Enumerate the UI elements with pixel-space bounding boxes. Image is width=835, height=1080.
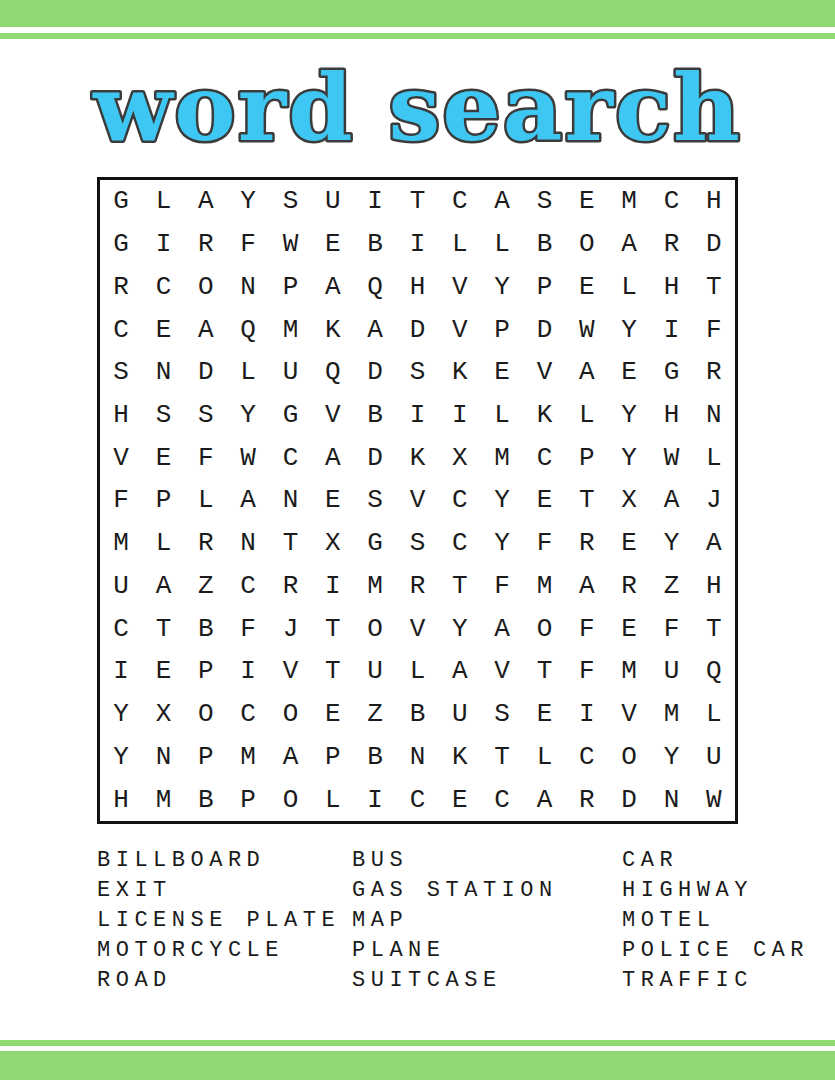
- grid-cell-r15c11[interactable]: A: [523, 778, 565, 821]
- grid-cell-r7c1[interactable]: V: [100, 436, 142, 479]
- grid-cell-r9c14[interactable]: Y: [650, 522, 692, 565]
- grid-cell-r11c6[interactable]: T: [312, 607, 354, 650]
- word-item-plane: PLANE: [352, 936, 558, 966]
- grid-cell-r5c11[interactable]: V: [523, 351, 565, 394]
- grid-cell-r6c13[interactable]: Y: [608, 394, 650, 437]
- grid-cell-r14c8[interactable]: N: [396, 736, 438, 779]
- grid-cell-r10c9[interactable]: T: [439, 565, 481, 608]
- grid-cell-r13c3[interactable]: O: [185, 693, 227, 736]
- grid-cell-r12c10[interactable]: V: [481, 650, 523, 693]
- grid-cell-r12c15[interactable]: Q: [693, 650, 735, 693]
- grid-cell-r6c5[interactable]: G: [269, 394, 311, 437]
- grid-cell-r12c8[interactable]: L: [396, 650, 438, 693]
- grid-cell-r11c1[interactable]: C: [100, 607, 142, 650]
- grid-cell-r12c4[interactable]: I: [227, 650, 269, 693]
- grid-cell-r1c3[interactable]: A: [185, 180, 227, 223]
- grid-cell-r11c13[interactable]: E: [608, 607, 650, 650]
- grid-cell-r2c11[interactable]: B: [523, 223, 565, 266]
- grid-cell-r3c12[interactable]: E: [566, 265, 608, 308]
- grid-cell-r2c5[interactable]: W: [269, 223, 311, 266]
- grid-cell-r9c6[interactable]: X: [312, 522, 354, 565]
- grid-cell-r14c10[interactable]: T: [481, 736, 523, 779]
- grid-cell-r10c7[interactable]: M: [354, 565, 396, 608]
- grid-cell-r13c12[interactable]: I: [566, 693, 608, 736]
- grid-cell-r14c11[interactable]: L: [523, 736, 565, 779]
- grid-cell-r8c11[interactable]: E: [523, 479, 565, 522]
- grid-cell-r9c9[interactable]: C: [439, 522, 481, 565]
- grid-cell-r4c11[interactable]: D: [523, 308, 565, 351]
- grid-cell-r3c14[interactable]: H: [650, 265, 692, 308]
- grid-cell-r5c5[interactable]: U: [269, 351, 311, 394]
- grid-cell-r3c15[interactable]: T: [693, 265, 735, 308]
- grid-cell-r1c10[interactable]: A: [481, 180, 523, 223]
- grid-cell-r2c13[interactable]: A: [608, 223, 650, 266]
- grid-cell-r8c13[interactable]: X: [608, 479, 650, 522]
- grid-cell-r15c8[interactable]: C: [396, 778, 438, 821]
- word-list-column-3: CARHIGHWAYMOTELPOLICE CARTRAFFIC: [622, 846, 809, 996]
- word-list-column-2: BUSGAS STATIONMAPPLANESUITCASE: [352, 846, 558, 996]
- grid-cell-r9c10[interactable]: Y: [481, 522, 523, 565]
- grid-cell-r9c3[interactable]: R: [185, 522, 227, 565]
- grid-cell-r14c12[interactable]: C: [566, 736, 608, 779]
- grid-cell-r3c4[interactable]: N: [227, 265, 269, 308]
- grid-cell-r6c9[interactable]: I: [439, 394, 481, 437]
- grid-cell-r1c7[interactable]: I: [354, 180, 396, 223]
- grid-cell-r9c4[interactable]: N: [227, 522, 269, 565]
- word-item-highway: HIGHWAY: [622, 876, 809, 906]
- grid-cell-r5c2[interactable]: N: [142, 351, 184, 394]
- grid-cell-r5c10[interactable]: E: [481, 351, 523, 394]
- grid-cell-r11c2[interactable]: T: [142, 607, 184, 650]
- grid-cell-r9c2[interactable]: L: [142, 522, 184, 565]
- grid-cell-r1c11[interactable]: S: [523, 180, 565, 223]
- grid-cell-r14c4[interactable]: M: [227, 736, 269, 779]
- grid-cell-r7c14[interactable]: W: [650, 436, 692, 479]
- grid-cell-r10c12[interactable]: A: [566, 565, 608, 608]
- grid-cell-r2c4[interactable]: F: [227, 223, 269, 266]
- grid-cell-r4c5[interactable]: M: [269, 308, 311, 351]
- grid-cell-r2c8[interactable]: I: [396, 223, 438, 266]
- word-item-motorcycle: MOTORCYCLE: [97, 936, 340, 966]
- grid-cell-r8c7[interactable]: S: [354, 479, 396, 522]
- grid-cell-r10c1[interactable]: U: [100, 565, 142, 608]
- word-item-traffic: TRAFFIC: [622, 966, 809, 996]
- grid-cell-r14c1[interactable]: Y: [100, 736, 142, 779]
- grid-cell-r10c14[interactable]: Z: [650, 565, 692, 608]
- grid-cell-r4c8[interactable]: D: [396, 308, 438, 351]
- grid-cell-r1c13[interactable]: M: [608, 180, 650, 223]
- grid-cell-r13c2[interactable]: X: [142, 693, 184, 736]
- grid-cell-r7c11[interactable]: C: [523, 436, 565, 479]
- grid-cell-r8c10[interactable]: Y: [481, 479, 523, 522]
- grid-cell-r6c3[interactable]: S: [185, 394, 227, 437]
- grid-cell-r1c5[interactable]: S: [269, 180, 311, 223]
- grid-cell-r12c5[interactable]: V: [269, 650, 311, 693]
- grid-cell-r6c10[interactable]: L: [481, 394, 523, 437]
- grid-cell-r13c15[interactable]: L: [693, 693, 735, 736]
- grid-cell-r5c12[interactable]: A: [566, 351, 608, 394]
- grid-cell-r12c1[interactable]: I: [100, 650, 142, 693]
- grid-cell-r4c3[interactable]: A: [185, 308, 227, 351]
- grid-cell-r5c6[interactable]: Q: [312, 351, 354, 394]
- grid-cell-r5c14[interactable]: G: [650, 351, 692, 394]
- grid-cell-r15c14[interactable]: N: [650, 778, 692, 821]
- grid-cell-r10c5[interactable]: R: [269, 565, 311, 608]
- grid-cell-r3c5[interactable]: P: [269, 265, 311, 308]
- grid-cell-r5c9[interactable]: K: [439, 351, 481, 394]
- grid-cell-r7c4[interactable]: W: [227, 436, 269, 479]
- grid-cell-r12c14[interactable]: U: [650, 650, 692, 693]
- grid-cell-r8c4[interactable]: A: [227, 479, 269, 522]
- grid-cell-r15c13[interactable]: D: [608, 778, 650, 821]
- grid-cell-r8c5[interactable]: N: [269, 479, 311, 522]
- grid-cell-r6c2[interactable]: S: [142, 394, 184, 437]
- word-item-map: MAP: [352, 906, 558, 936]
- bottom-border-line: [0, 1040, 835, 1046]
- grid-cell-r6c6[interactable]: V: [312, 394, 354, 437]
- grid-cell-r12c11[interactable]: T: [523, 650, 565, 693]
- grid-cell-r14c2[interactable]: N: [142, 736, 184, 779]
- grid-cell-r13c11[interactable]: E: [523, 693, 565, 736]
- grid-cell-r7c5[interactable]: C: [269, 436, 311, 479]
- grid-cell-r8c1[interactable]: F: [100, 479, 142, 522]
- grid-cell-r9c15[interactable]: A: [693, 522, 735, 565]
- grid-cell-r6c4[interactable]: Y: [227, 394, 269, 437]
- grid-cell-r1c8[interactable]: T: [396, 180, 438, 223]
- grid-cell-r3c9[interactable]: V: [439, 265, 481, 308]
- grid-cell-r11c14[interactable]: F: [650, 607, 692, 650]
- grid-cell-r3c1[interactable]: R: [100, 265, 142, 308]
- grid-cell-r7c9[interactable]: X: [439, 436, 481, 479]
- grid-cell-r4c13[interactable]: Y: [608, 308, 650, 351]
- grid-cell-r3c6[interactable]: A: [312, 265, 354, 308]
- grid-cell-r1c14[interactable]: C: [650, 180, 692, 223]
- grid-cell-r15c4[interactable]: P: [227, 778, 269, 821]
- grid-cell-r6c8[interactable]: I: [396, 394, 438, 437]
- grid-cell-r2c9[interactable]: L: [439, 223, 481, 266]
- grid-cell-r5c7[interactable]: D: [354, 351, 396, 394]
- grid-cell-r11c11[interactable]: O: [523, 607, 565, 650]
- grid-cell-r2c1[interactable]: G: [100, 223, 142, 266]
- grid-cell-r14c3[interactable]: P: [185, 736, 227, 779]
- word-search-grid: GLAYSUITCASEMCHGIRFWEBILLBOARDRCONPAQHVY…: [97, 177, 738, 824]
- grid-cell-r11c9[interactable]: Y: [439, 607, 481, 650]
- grid-cell-r10c4[interactable]: C: [227, 565, 269, 608]
- grid-cell-r13c6[interactable]: E: [312, 693, 354, 736]
- grid-cell-r3c11[interactable]: P: [523, 265, 565, 308]
- grid-cell-r14c6[interactable]: P: [312, 736, 354, 779]
- grid-cell-r2c7[interactable]: B: [354, 223, 396, 266]
- word-item-car: CAR: [622, 846, 809, 876]
- grid-cell-r3c7[interactable]: Q: [354, 265, 396, 308]
- word-item-bus: BUS: [352, 846, 558, 876]
- grid-cell-r8c9[interactable]: C: [439, 479, 481, 522]
- grid-cell-r4c9[interactable]: V: [439, 308, 481, 351]
- grid-cell-r5c3[interactable]: D: [185, 351, 227, 394]
- grid-cell-r11c10[interactable]: A: [481, 607, 523, 650]
- grid-cell-r12c3[interactable]: P: [185, 650, 227, 693]
- grid-cell-r15c1[interactable]: H: [100, 778, 142, 821]
- grid-cell-r15c7[interactable]: I: [354, 778, 396, 821]
- grid-cell-r6c7[interactable]: B: [354, 394, 396, 437]
- grid-cell-r5c8[interactable]: S: [396, 351, 438, 394]
- title-area: word search: [0, 42, 835, 172]
- grid-cell-r8c14[interactable]: A: [650, 479, 692, 522]
- grid-cell-r12c9[interactable]: A: [439, 650, 481, 693]
- grid-cell-r1c2[interactable]: L: [142, 180, 184, 223]
- grid-cell-r8c2[interactable]: P: [142, 479, 184, 522]
- grid-cell-r12c6[interactable]: T: [312, 650, 354, 693]
- grid-cell-r9c12[interactable]: R: [566, 522, 608, 565]
- word-item-billboard: BILLBOARD: [97, 846, 340, 876]
- grid-cell-r3c13[interactable]: L: [608, 265, 650, 308]
- grid-cell-r4c4[interactable]: Q: [227, 308, 269, 351]
- grid-cell-r6c11[interactable]: K: [523, 394, 565, 437]
- title-graphic: word search: [0, 42, 835, 172]
- grid-cell-r13c9[interactable]: U: [439, 693, 481, 736]
- grid-cell-r2c10[interactable]: L: [481, 223, 523, 266]
- grid-cell-r7c13[interactable]: Y: [608, 436, 650, 479]
- grid-cell-r11c5[interactable]: J: [269, 607, 311, 650]
- grid-cell-r10c11[interactable]: M: [523, 565, 565, 608]
- grid-cell-r1c4[interactable]: Y: [227, 180, 269, 223]
- grid-cell-r9c11[interactable]: F: [523, 522, 565, 565]
- word-item-license-plate: LICENSE PLATE: [97, 906, 340, 936]
- grid-cell-r13c5[interactable]: O: [269, 693, 311, 736]
- grid-cell-r2c6[interactable]: E: [312, 223, 354, 266]
- grid-cell-r14c9[interactable]: K: [439, 736, 481, 779]
- grid-cell-r14c5[interactable]: A: [269, 736, 311, 779]
- grid-cell-r12c7[interactable]: U: [354, 650, 396, 693]
- grid-cell-r8c15[interactable]: J: [693, 479, 735, 522]
- grid-cell-r15c3[interactable]: B: [185, 778, 227, 821]
- word-item-gas-station: GAS STATION: [352, 876, 558, 906]
- grid-cell-r6c12[interactable]: L: [566, 394, 608, 437]
- grid-cell-r11c3[interactable]: B: [185, 607, 227, 650]
- grid-cell-r7c7[interactable]: D: [354, 436, 396, 479]
- grid-cell-r13c10[interactable]: S: [481, 693, 523, 736]
- grid-cell-r10c10[interactable]: F: [481, 565, 523, 608]
- grid-cell-r1c1[interactable]: G: [100, 180, 142, 223]
- grid-cell-r4c1[interactable]: C: [100, 308, 142, 351]
- grid-cell-r10c13[interactable]: R: [608, 565, 650, 608]
- grid-cell-r15c15[interactable]: W: [693, 778, 735, 821]
- grid-cell-r15c2[interactable]: M: [142, 778, 184, 821]
- grid-cell-r10c2[interactable]: A: [142, 565, 184, 608]
- grid-cell-r7c2[interactable]: E: [142, 436, 184, 479]
- grid-cell-r4c12[interactable]: W: [566, 308, 608, 351]
- grid-cell-r7c10[interactable]: M: [481, 436, 523, 479]
- grid-cell-r7c6[interactable]: A: [312, 436, 354, 479]
- grid-cell-r4c2[interactable]: E: [142, 308, 184, 351]
- grid-cell-r6c14[interactable]: H: [650, 394, 692, 437]
- grid-cell-r2c12[interactable]: O: [566, 223, 608, 266]
- grid-cell-r7c15[interactable]: L: [693, 436, 735, 479]
- grid-cell-r11c12[interactable]: F: [566, 607, 608, 650]
- grid-cell-r5c4[interactable]: L: [227, 351, 269, 394]
- grid-cell-r2c3[interactable]: R: [185, 223, 227, 266]
- grid-cell-r13c1[interactable]: Y: [100, 693, 142, 736]
- grid-cell-r9c7[interactable]: G: [354, 522, 396, 565]
- worksheet-page: word search GLAYSUITCASEMCHGIRFWEBILLBOA…: [0, 0, 835, 1080]
- grid-cell-r12c13[interactable]: M: [608, 650, 650, 693]
- word-item-suitcase: SUITCASE: [352, 966, 558, 996]
- grid-cell-r5c15[interactable]: R: [693, 351, 735, 394]
- grid-cell-r1c9[interactable]: C: [439, 180, 481, 223]
- grid-cell-r10c3[interactable]: Z: [185, 565, 227, 608]
- grid-cell-r9c13[interactable]: E: [608, 522, 650, 565]
- grid-cell-r10c15[interactable]: H: [693, 565, 735, 608]
- grid-cell-r6c1[interactable]: H: [100, 394, 142, 437]
- top-border-bar: [0, 0, 835, 27]
- grid-cell-r6c15[interactable]: N: [693, 394, 735, 437]
- grid-cell-r11c4[interactable]: F: [227, 607, 269, 650]
- grid-cell-r13c8[interactable]: B: [396, 693, 438, 736]
- grid-cell-r1c12[interactable]: E: [566, 180, 608, 223]
- grid-cell-r14c7[interactable]: B: [354, 736, 396, 779]
- grid-cell-r14c14[interactable]: Y: [650, 736, 692, 779]
- word-item-road: ROAD: [97, 966, 340, 996]
- grid-cell-r7c8[interactable]: K: [396, 436, 438, 479]
- grid-cell-r4c15[interactable]: F: [693, 308, 735, 351]
- top-border-line: [0, 33, 835, 39]
- grid-cell-r9c1[interactable]: M: [100, 522, 142, 565]
- grid-cell-r9c5[interactable]: T: [269, 522, 311, 565]
- word-item-exit: EXIT: [97, 876, 340, 906]
- grid-cell-r12c12[interactable]: F: [566, 650, 608, 693]
- grid-cell-r8c6[interactable]: E: [312, 479, 354, 522]
- grid-cell-r3c2[interactable]: C: [142, 265, 184, 308]
- grid-cell-r11c15[interactable]: T: [693, 607, 735, 650]
- word-list: BILLBOARDEXITLICENSE PLATEMOTORCYCLEROAD…: [0, 846, 835, 1006]
- grid-cell-r4c7[interactable]: A: [354, 308, 396, 351]
- grid-cell-r2c14[interactable]: R: [650, 223, 692, 266]
- grid-cell-r8c8[interactable]: V: [396, 479, 438, 522]
- grid-cell-r3c3[interactable]: O: [185, 265, 227, 308]
- grid-cell-r15c9[interactable]: E: [439, 778, 481, 821]
- grid-cell-r15c5[interactable]: O: [269, 778, 311, 821]
- grid-cell-r3c10[interactable]: Y: [481, 265, 523, 308]
- grid-cell-r14c13[interactable]: O: [608, 736, 650, 779]
- grid-cell-r1c6[interactable]: U: [312, 180, 354, 223]
- page-title: word search: [92, 54, 742, 162]
- grid-cell-r7c3[interactable]: F: [185, 436, 227, 479]
- grid-cell-r15c6[interactable]: L: [312, 778, 354, 821]
- grid-cell-r4c6[interactable]: K: [312, 308, 354, 351]
- grid-cell-r2c2[interactable]: I: [142, 223, 184, 266]
- word-list-column-1: BILLBOARDEXITLICENSE PLATEMOTORCYCLEROAD: [97, 846, 340, 996]
- grid-cell-r8c3[interactable]: L: [185, 479, 227, 522]
- grid-cell-r10c6[interactable]: I: [312, 565, 354, 608]
- grid-cell-r15c12[interactable]: R: [566, 778, 608, 821]
- grid-cell-r5c13[interactable]: E: [608, 351, 650, 394]
- grid-cell-r2c15[interactable]: D: [693, 223, 735, 266]
- grid-cell-r13c14[interactable]: M: [650, 693, 692, 736]
- grid-cell-r1c15[interactable]: H: [693, 180, 735, 223]
- grid-cell-r13c13[interactable]: V: [608, 693, 650, 736]
- grid-cell-r12c2[interactable]: E: [142, 650, 184, 693]
- grid-cell-r10c8[interactable]: R: [396, 565, 438, 608]
- grid-cell-r11c7[interactable]: O: [354, 607, 396, 650]
- grid-cell-r3c8[interactable]: H: [396, 265, 438, 308]
- grid-cell-r11c8[interactable]: V: [396, 607, 438, 650]
- word-item-police-car: POLICE CAR: [622, 936, 809, 966]
- grid-cell-r8c12[interactable]: T: [566, 479, 608, 522]
- grid-cell-r13c7[interactable]: Z: [354, 693, 396, 736]
- grid-cell-r7c12[interactable]: P: [566, 436, 608, 479]
- grid-cell-r14c15[interactable]: U: [693, 736, 735, 779]
- grid-cell-r9c8[interactable]: S: [396, 522, 438, 565]
- grid-cell-r15c10[interactable]: C: [481, 778, 523, 821]
- grid-cell-r4c14[interactable]: I: [650, 308, 692, 351]
- bottom-border-bar: [0, 1051, 835, 1080]
- word-item-motel: MOTEL: [622, 906, 809, 936]
- grid-cell-r13c4[interactable]: C: [227, 693, 269, 736]
- grid-cell-r5c1[interactable]: S: [100, 351, 142, 394]
- grid-cell-r4c10[interactable]: P: [481, 308, 523, 351]
